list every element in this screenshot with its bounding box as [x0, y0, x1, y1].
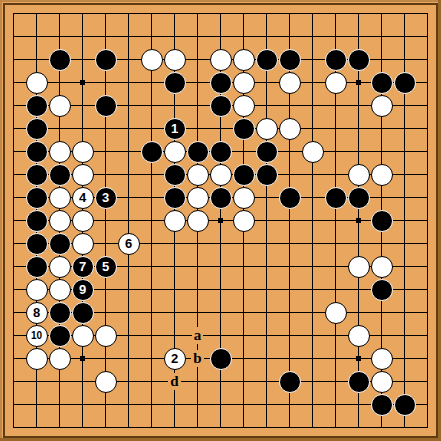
intersection-8-18	[163, 393, 186, 416]
intersection-18-11	[393, 232, 416, 255]
white-stone	[325, 302, 347, 324]
intersection-14-9	[301, 186, 324, 209]
white-stone	[26, 72, 48, 94]
intersection-11-9	[232, 186, 255, 209]
intersection-13-19	[278, 416, 301, 439]
intersection-5-18	[94, 393, 117, 416]
move-9-black-stone: 9	[72, 279, 94, 301]
intersection-18-13	[393, 278, 416, 301]
intersection-18-10	[393, 209, 416, 232]
intersection-17-8	[370, 163, 393, 186]
intersection-9-5	[186, 94, 209, 117]
black-stone	[49, 302, 71, 324]
intersection-6-3	[117, 48, 140, 71]
intersection-17-12	[370, 255, 393, 278]
intersection-11-11	[232, 232, 255, 255]
intersection-4-10	[71, 209, 94, 232]
intersection-9-11	[186, 232, 209, 255]
intersection-7-3	[140, 48, 163, 71]
intersection-3-14	[48, 301, 71, 324]
black-stone	[164, 72, 186, 94]
intersection-4-18	[71, 393, 94, 416]
go-board: 1436759810a2bd	[0, 0, 441, 441]
intersection-18-19	[393, 416, 416, 439]
star-point-16-16	[356, 356, 361, 361]
intersection-2-1	[25, 2, 48, 25]
intersection-6-8	[117, 163, 140, 186]
intersection-5-14	[94, 301, 117, 324]
intersection-11-1	[232, 2, 255, 25]
intersection-2-13	[25, 278, 48, 301]
intersection-13-13	[278, 278, 301, 301]
star-point-16-4	[356, 80, 361, 85]
intersection-12-9	[255, 186, 278, 209]
intersection-14-19	[301, 416, 324, 439]
intersection-3-5	[48, 94, 71, 117]
intersection-18-1	[393, 2, 416, 25]
intersection-6-13	[117, 278, 140, 301]
intersection-8-6: 1	[163, 117, 186, 140]
intersection-1-13	[2, 278, 25, 301]
intersection-19-13	[416, 278, 439, 301]
intersection-2-6	[25, 117, 48, 140]
intersection-15-2	[324, 25, 347, 48]
intersection-14-6	[301, 117, 324, 140]
move-3-black-stone: 3	[95, 187, 117, 209]
intersection-17-16	[370, 347, 393, 370]
white-stone	[256, 118, 278, 140]
white-stone	[49, 348, 71, 370]
white-stone	[72, 141, 94, 163]
intersection-15-10	[324, 209, 347, 232]
intersection-16-6	[347, 117, 370, 140]
intersection-14-4	[301, 71, 324, 94]
intersection-14-16	[301, 347, 324, 370]
intersection-7-4	[140, 71, 163, 94]
intersection-3-3	[48, 48, 71, 71]
intersection-15-1	[324, 2, 347, 25]
white-stone	[371, 164, 393, 186]
intersection-9-9	[186, 186, 209, 209]
intersection-8-2	[163, 25, 186, 48]
intersection-9-15: a	[186, 324, 209, 347]
intersection-6-15	[117, 324, 140, 347]
intersection-13-14	[278, 301, 301, 324]
intersection-2-7	[25, 140, 48, 163]
white-stone	[95, 325, 117, 347]
intersection-8-8	[163, 163, 186, 186]
intersection-4-19	[71, 416, 94, 439]
black-stone	[371, 394, 393, 416]
intersection-8-16: 2	[163, 347, 186, 370]
intersection-18-7	[393, 140, 416, 163]
intersection-16-1	[347, 2, 370, 25]
intersection-16-19	[347, 416, 370, 439]
move-number-label: 4	[79, 191, 86, 204]
intersection-3-9	[48, 186, 71, 209]
intersection-5-3	[94, 48, 117, 71]
intersection-19-2	[416, 25, 439, 48]
intersection-9-13	[186, 278, 209, 301]
intersection-15-15	[324, 324, 347, 347]
intersection-5-13	[94, 278, 117, 301]
intersection-15-11	[324, 232, 347, 255]
intersection-10-14	[209, 301, 232, 324]
intersection-2-9	[25, 186, 48, 209]
intersection-15-7	[324, 140, 347, 163]
intersection-9-8	[186, 163, 209, 186]
intersection-2-18	[25, 393, 48, 416]
intersection-13-6	[278, 117, 301, 140]
intersection-5-6	[94, 117, 117, 140]
intersection-18-6	[393, 117, 416, 140]
intersection-6-1	[117, 2, 140, 25]
intersection-4-8	[71, 163, 94, 186]
intersection-8-1	[163, 2, 186, 25]
black-stone	[210, 95, 232, 117]
white-stone	[371, 371, 393, 393]
intersection-16-7	[347, 140, 370, 163]
intersection-6-12	[117, 255, 140, 278]
intersection-17-17	[370, 370, 393, 393]
intersection-17-19	[370, 416, 393, 439]
intersection-3-1	[48, 2, 71, 25]
intersection-9-16: b	[186, 347, 209, 370]
intersection-13-18	[278, 393, 301, 416]
intersection-12-4	[255, 71, 278, 94]
intersection-4-11	[71, 232, 94, 255]
white-stone	[233, 49, 255, 71]
white-stone	[72, 233, 94, 255]
intersection-12-12	[255, 255, 278, 278]
intersection-4-17	[71, 370, 94, 393]
intersection-19-9	[416, 186, 439, 209]
white-stone	[49, 210, 71, 232]
intersection-4-3	[71, 48, 94, 71]
intersection-19-17	[416, 370, 439, 393]
star-point-4-4	[80, 80, 85, 85]
black-stone	[95, 49, 117, 71]
intersection-6-6	[117, 117, 140, 140]
white-stone	[279, 72, 301, 94]
intersection-15-3	[324, 48, 347, 71]
move-number-label: 6	[125, 237, 132, 250]
intersection-9-19	[186, 416, 209, 439]
black-stone	[49, 49, 71, 71]
intersection-17-1	[370, 2, 393, 25]
move-number-label: 10	[31, 331, 42, 341]
intersection-4-6	[71, 117, 94, 140]
intersection-7-5	[140, 94, 163, 117]
white-stone	[302, 141, 324, 163]
intersection-15-12	[324, 255, 347, 278]
intersection-1-19	[2, 416, 25, 439]
intersection-13-17	[278, 370, 301, 393]
black-stone	[210, 187, 232, 209]
black-stone	[187, 141, 209, 163]
intersection-17-10	[370, 209, 393, 232]
black-stone	[210, 72, 232, 94]
intersection-15-17	[324, 370, 347, 393]
black-stone	[371, 72, 393, 94]
intersection-14-1	[301, 2, 324, 25]
intersection-15-14	[324, 301, 347, 324]
intersection-5-11	[94, 232, 117, 255]
move-2-white-stone: 2	[164, 348, 186, 370]
intersection-17-5	[370, 94, 393, 117]
intersection-6-2	[117, 25, 140, 48]
black-stone	[348, 371, 370, 393]
intersection-3-10	[48, 209, 71, 232]
intersection-11-15	[232, 324, 255, 347]
move-number-label: 8	[33, 306, 40, 319]
board-grid: 1436759810a2bd	[2, 2, 439, 439]
intersection-19-11	[416, 232, 439, 255]
intersection-4-1	[71, 2, 94, 25]
intersection-7-2	[140, 25, 163, 48]
intersection-6-14	[117, 301, 140, 324]
black-stone	[256, 164, 278, 186]
intersection-19-3	[416, 48, 439, 71]
intersection-12-11	[255, 232, 278, 255]
intersection-2-10	[25, 209, 48, 232]
intersection-15-18	[324, 393, 347, 416]
intersection-19-5	[416, 94, 439, 117]
intersection-18-3	[393, 48, 416, 71]
intersection-1-6	[2, 117, 25, 140]
intersection-14-13	[301, 278, 324, 301]
intersection-13-2	[278, 25, 301, 48]
intersection-1-12	[2, 255, 25, 278]
intersection-19-1	[416, 2, 439, 25]
intersection-15-5	[324, 94, 347, 117]
intersection-13-1	[278, 2, 301, 25]
white-stone	[279, 118, 301, 140]
intersection-5-19	[94, 416, 117, 439]
intersection-19-10	[416, 209, 439, 232]
black-stone	[325, 187, 347, 209]
intersection-17-18	[370, 393, 393, 416]
intersection-14-8	[301, 163, 324, 186]
intersection-7-1	[140, 2, 163, 25]
intersection-5-8	[94, 163, 117, 186]
intersection-5-7	[94, 140, 117, 163]
intersection-5-2	[94, 25, 117, 48]
white-stone	[49, 187, 71, 209]
intersection-12-15	[255, 324, 278, 347]
intersection-16-13	[347, 278, 370, 301]
white-stone	[233, 187, 255, 209]
move-number-label: 9	[79, 283, 86, 296]
intersection-17-14	[370, 301, 393, 324]
intersection-3-4	[48, 71, 71, 94]
intersection-9-7	[186, 140, 209, 163]
move-number-label: 1	[171, 122, 178, 135]
intersection-19-18	[416, 393, 439, 416]
intersection-6-19	[117, 416, 140, 439]
intersection-7-6	[140, 117, 163, 140]
move-5-black-stone: 5	[95, 256, 117, 278]
intersection-7-14	[140, 301, 163, 324]
white-stone	[371, 348, 393, 370]
intersection-19-14	[416, 301, 439, 324]
intersection-7-18	[140, 393, 163, 416]
intersection-10-6	[209, 117, 232, 140]
intersection-9-6	[186, 117, 209, 140]
intersection-11-2	[232, 25, 255, 48]
intersection-2-4	[25, 71, 48, 94]
intersection-19-7	[416, 140, 439, 163]
intersection-10-3	[209, 48, 232, 71]
intersection-18-5	[393, 94, 416, 117]
intersection-13-16	[278, 347, 301, 370]
intersection-4-2	[71, 25, 94, 48]
white-stone	[187, 210, 209, 232]
intersection-12-5	[255, 94, 278, 117]
intersection-10-7	[209, 140, 232, 163]
intersection-7-17	[140, 370, 163, 393]
white-stone	[348, 325, 370, 347]
intersection-4-5	[71, 94, 94, 117]
intersection-8-19	[163, 416, 186, 439]
black-stone	[49, 325, 71, 347]
intersection-18-9	[393, 186, 416, 209]
white-stone	[49, 279, 71, 301]
white-stone	[348, 256, 370, 278]
intersection-5-17	[94, 370, 117, 393]
intersection-1-15	[2, 324, 25, 347]
intersection-17-15	[370, 324, 393, 347]
move-6-white-stone: 6	[118, 233, 140, 255]
black-stone	[164, 164, 186, 186]
white-stone	[26, 348, 48, 370]
intersection-1-18	[2, 393, 25, 416]
intersection-11-6	[232, 117, 255, 140]
black-stone	[95, 95, 117, 117]
intersection-15-19	[324, 416, 347, 439]
intersection-15-13	[324, 278, 347, 301]
intersection-3-18	[48, 393, 71, 416]
move-number-label: 7	[79, 260, 86, 273]
intersection-15-4	[324, 71, 347, 94]
intersection-2-2	[25, 25, 48, 48]
black-stone	[279, 371, 301, 393]
intersection-18-18	[393, 393, 416, 416]
intersection-11-19	[232, 416, 255, 439]
intersection-5-5	[94, 94, 117, 117]
intersection-11-12	[232, 255, 255, 278]
intersection-6-18	[117, 393, 140, 416]
intersection-14-7	[301, 140, 324, 163]
intersection-9-3	[186, 48, 209, 71]
intersection-1-3	[2, 48, 25, 71]
intersection-17-13	[370, 278, 393, 301]
intersection-1-16	[2, 347, 25, 370]
intersection-7-9	[140, 186, 163, 209]
intersection-14-5	[301, 94, 324, 117]
intersection-4-15	[71, 324, 94, 347]
intersection-2-12	[25, 255, 48, 278]
intersection-3-2	[48, 25, 71, 48]
black-stone	[371, 210, 393, 232]
white-stone	[49, 95, 71, 117]
intersection-1-2	[2, 25, 25, 48]
black-stone	[371, 279, 393, 301]
intersection-16-8	[347, 163, 370, 186]
intersection-3-17	[48, 370, 71, 393]
intersection-15-6	[324, 117, 347, 140]
white-stone	[371, 256, 393, 278]
intersection-5-12: 5	[94, 255, 117, 278]
move-number-label: 2	[171, 352, 178, 365]
white-stone	[348, 164, 370, 186]
intersection-3-7	[48, 140, 71, 163]
intersection-8-3	[163, 48, 186, 71]
intersection-14-14	[301, 301, 324, 324]
intersection-10-5	[209, 94, 232, 117]
move-number-label: 3	[102, 191, 109, 204]
white-stone	[72, 210, 94, 232]
white-stone	[210, 49, 232, 71]
intersection-5-16	[94, 347, 117, 370]
black-stone	[210, 348, 232, 370]
black-stone	[279, 49, 301, 71]
intersection-2-14: 8	[25, 301, 48, 324]
move-4-white-stone: 4	[72, 187, 94, 209]
intersection-13-5	[278, 94, 301, 117]
intersection-8-10	[163, 209, 186, 232]
intersection-2-16	[25, 347, 48, 370]
intersection-11-14	[232, 301, 255, 324]
star-point-10-10	[218, 218, 223, 223]
intersection-7-19	[140, 416, 163, 439]
intersection-14-3	[301, 48, 324, 71]
intersection-4-13: 9	[71, 278, 94, 301]
intersection-4-9: 4	[71, 186, 94, 209]
intersection-1-9	[2, 186, 25, 209]
intersection-12-16	[255, 347, 278, 370]
intersection-11-5	[232, 94, 255, 117]
intersection-14-17	[301, 370, 324, 393]
intersection-14-18	[301, 393, 324, 416]
white-stone	[26, 279, 48, 301]
intersection-16-14	[347, 301, 370, 324]
white-stone	[233, 210, 255, 232]
intersection-16-3	[347, 48, 370, 71]
intersection-2-17	[25, 370, 48, 393]
intersection-18-14	[393, 301, 416, 324]
intersection-19-15	[416, 324, 439, 347]
intersection-14-11	[301, 232, 324, 255]
intersection-9-18	[186, 393, 209, 416]
intersection-11-16	[232, 347, 255, 370]
intersection-11-4	[232, 71, 255, 94]
intersection-18-15	[393, 324, 416, 347]
white-stone	[187, 187, 209, 209]
intersection-15-9	[324, 186, 347, 209]
black-stone	[394, 72, 416, 94]
intersection-19-6	[416, 117, 439, 140]
intersection-17-9	[370, 186, 393, 209]
intersection-3-6	[48, 117, 71, 140]
move-number-label: 5	[102, 260, 109, 273]
intersection-19-16	[416, 347, 439, 370]
intersection-12-17	[255, 370, 278, 393]
white-stone	[325, 72, 347, 94]
intersection-18-8	[393, 163, 416, 186]
intersection-14-12	[301, 255, 324, 278]
intersection-12-13	[255, 278, 278, 301]
